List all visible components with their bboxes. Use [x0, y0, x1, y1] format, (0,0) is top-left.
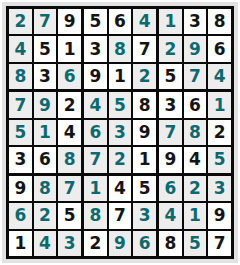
- cell-r4c1[interactable]: 7: [9, 92, 32, 117]
- cell-r9c4: 2: [84, 231, 107, 256]
- cell-r5c5[interactable]: 3: [109, 120, 132, 145]
- cell-r9c1: 1: [9, 231, 32, 256]
- cell-r2c5[interactable]: 8: [109, 36, 132, 61]
- cell-r5c4[interactable]: 6: [84, 120, 107, 145]
- cell-r4c8: 6: [184, 92, 207, 117]
- cell-r3c5: 1: [109, 64, 132, 89]
- cell-r4c9[interactable]: 1: [208, 92, 231, 117]
- cell-r1c2[interactable]: 7: [34, 9, 57, 34]
- box-5: 458639721: [84, 92, 156, 172]
- cell-r6c9[interactable]: 5: [208, 147, 231, 172]
- box-8: 145873296: [84, 176, 156, 256]
- cell-r7c7[interactable]: 6: [159, 176, 182, 201]
- cell-r1c3: 9: [58, 9, 81, 34]
- cell-r3c7: 5: [159, 64, 182, 89]
- cell-r3c1[interactable]: 8: [9, 64, 32, 89]
- cell-r4c5[interactable]: 5: [109, 92, 132, 117]
- cell-r4c3: 2: [58, 92, 81, 117]
- cell-r8c3: 5: [58, 203, 81, 228]
- box-6: 361782945: [159, 92, 231, 172]
- cell-r4c4[interactable]: 4: [84, 92, 107, 117]
- cell-r6c2: 6: [34, 147, 57, 172]
- cell-r5c7[interactable]: 7: [159, 120, 182, 145]
- cell-r9c7: 8: [159, 231, 182, 256]
- cell-r8c8[interactable]: 1: [184, 203, 207, 228]
- box-1: 279451836: [9, 9, 81, 89]
- cell-r3c6[interactable]: 2: [133, 64, 156, 89]
- cell-r1c4: 5: [84, 9, 107, 34]
- sudoku-board: 2794518365643879121382965747925143684586…: [6, 6, 234, 259]
- cell-r8c4[interactable]: 8: [84, 203, 107, 228]
- cell-r2c2: 5: [34, 36, 57, 61]
- cell-r2c4: 3: [84, 36, 107, 61]
- cell-r4c6: 8: [133, 92, 156, 117]
- cell-r4c7: 3: [159, 92, 182, 117]
- cell-r5c9: 2: [208, 120, 231, 145]
- cell-r2c8[interactable]: 9: [184, 36, 207, 61]
- cell-r6c4[interactable]: 7: [84, 147, 107, 172]
- cell-r3c2: 3: [34, 64, 57, 89]
- cell-r6c1: 3: [9, 147, 32, 172]
- cell-r2c1[interactable]: 4: [9, 36, 32, 61]
- cell-r3c3[interactable]: 6: [58, 64, 81, 89]
- cell-r5c6: 9: [133, 120, 156, 145]
- cell-r2c3: 1: [58, 36, 81, 61]
- cell-r6c5[interactable]: 2: [109, 147, 132, 172]
- cell-r9c3[interactable]: 3: [58, 231, 81, 256]
- cell-r7c1: 9: [9, 176, 32, 201]
- cell-r1c7[interactable]: 1: [159, 9, 182, 34]
- box-3: 138296574: [159, 9, 231, 89]
- cell-r1c1[interactable]: 2: [9, 9, 32, 34]
- box-2: 564387912: [84, 9, 156, 89]
- cell-r8c2[interactable]: 2: [34, 203, 57, 228]
- cell-r9c5[interactable]: 9: [109, 231, 132, 256]
- cell-r7c3[interactable]: 7: [58, 176, 81, 201]
- cell-r9c8[interactable]: 5: [184, 231, 207, 256]
- box-9: 623419857: [159, 176, 231, 256]
- cell-r1c5: 6: [109, 9, 132, 34]
- cell-r2c7[interactable]: 2: [159, 36, 182, 61]
- cell-r2c9: 6: [208, 36, 231, 61]
- cell-r8c1[interactable]: 6: [9, 203, 32, 228]
- cell-r5c2[interactable]: 1: [34, 120, 57, 145]
- cell-r5c3: 4: [58, 120, 81, 145]
- cell-r6c3[interactable]: 8: [58, 147, 81, 172]
- cell-r7c6: 5: [133, 176, 156, 201]
- cell-r9c6[interactable]: 6: [133, 231, 156, 256]
- box-4: 792514368: [9, 92, 81, 172]
- cell-r6c6: 1: [133, 147, 156, 172]
- cell-r8c9: 9: [208, 203, 231, 228]
- cell-r3c4: 9: [84, 64, 107, 89]
- cell-r3c9[interactable]: 4: [208, 64, 231, 89]
- cell-r7c9[interactable]: 3: [208, 176, 231, 201]
- cell-r6c8: 4: [184, 147, 207, 172]
- cell-r3c8[interactable]: 7: [184, 64, 207, 89]
- cell-r7c8[interactable]: 2: [184, 176, 207, 201]
- cell-r8c7[interactable]: 4: [159, 203, 182, 228]
- cell-r5c8[interactable]: 8: [184, 120, 207, 145]
- cell-r7c4[interactable]: 1: [84, 176, 107, 201]
- cell-r1c6[interactable]: 4: [133, 9, 156, 34]
- cell-r9c2[interactable]: 4: [34, 231, 57, 256]
- cell-r1c9: 8: [208, 9, 231, 34]
- cell-r6c7: 9: [159, 147, 182, 172]
- cell-r8c6[interactable]: 3: [133, 203, 156, 228]
- cell-r7c2[interactable]: 8: [34, 176, 57, 201]
- cell-r8c5: 7: [109, 203, 132, 228]
- cell-r5c1[interactable]: 5: [9, 120, 32, 145]
- cell-r2c6: 7: [133, 36, 156, 61]
- cell-r4c2[interactable]: 9: [34, 92, 57, 117]
- box-7: 987625143: [9, 176, 81, 256]
- cell-r9c9: 7: [208, 231, 231, 256]
- cell-r7c5: 4: [109, 176, 132, 201]
- cell-r1c8: 3: [184, 9, 207, 34]
